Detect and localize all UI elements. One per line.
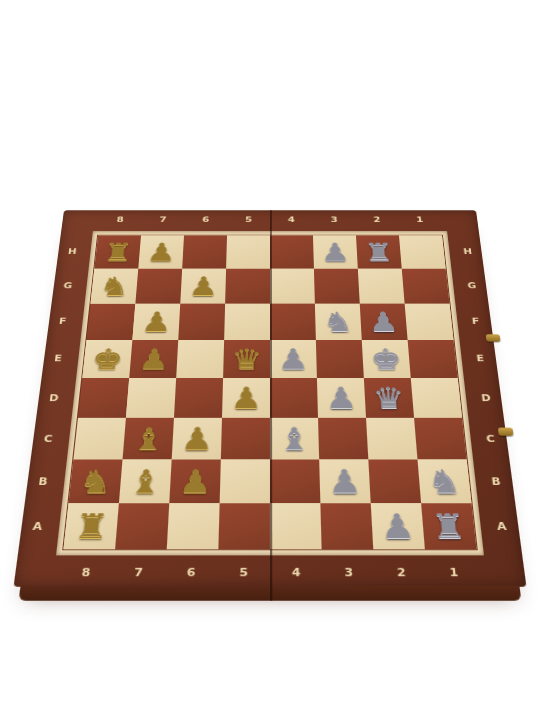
- square-g6: ♟: [180, 269, 226, 304]
- coordinate-label: F: [58, 316, 68, 326]
- square-b5: [220, 460, 270, 504]
- coordinate-label: G: [467, 281, 477, 291]
- square-c6: ♟: [172, 418, 222, 460]
- square-c4: ♝: [270, 418, 319, 460]
- square-a4: [270, 503, 322, 549]
- coordinate-label: 8: [116, 215, 124, 224]
- silver-pawn-icon: ♟: [278, 345, 309, 373]
- square-d4: [270, 378, 318, 418]
- square-h3: ♟: [313, 235, 358, 268]
- square-e6: [176, 340, 224, 378]
- square-e8: ♚: [82, 340, 132, 378]
- gold-king-icon: ♚: [91, 345, 124, 373]
- square-b7: ♝: [119, 460, 172, 504]
- square-b6: ♟: [169, 460, 221, 504]
- square-d1: [411, 378, 462, 418]
- square-a2: ♟: [371, 503, 425, 549]
- square-h5: [226, 235, 270, 268]
- square-g7: [135, 269, 182, 304]
- square-f2: ♟: [360, 304, 408, 340]
- square-h1: [399, 235, 446, 268]
- gold-rook-icon: ♜: [73, 509, 110, 543]
- square-g1: [402, 269, 450, 304]
- square-h7: ♟: [138, 235, 184, 268]
- square-g4: [270, 269, 315, 304]
- chess-set-photo: 87654321 87654321 HGFEDCBA HGFEDCBA ♜♟♟♜…: [0, 0, 540, 720]
- coordinate-label: 2: [397, 566, 407, 580]
- coordinate-label: A: [32, 520, 44, 533]
- square-h2: ♜: [356, 235, 402, 268]
- square-d6: [174, 378, 223, 418]
- square-h6: [182, 235, 227, 268]
- square-e7: ♟: [129, 340, 178, 378]
- square-e3: [316, 340, 364, 378]
- gold-queen-icon: ♛: [231, 345, 262, 373]
- square-d5: ♟: [222, 378, 270, 418]
- silver-pawn-icon: ♟: [328, 465, 362, 497]
- coordinate-label: 7: [134, 566, 144, 580]
- chess-board: 87654321 87654321 HGFEDCBA HGFEDCBA ♜♟♟♜…: [14, 210, 527, 587]
- gold-bishop-icon: ♝: [128, 465, 163, 497]
- coordinate-label: 7: [159, 215, 167, 224]
- brass-latch-icon: [486, 334, 501, 341]
- square-c7: ♝: [123, 418, 174, 460]
- silver-queen-icon: ♛: [372, 383, 405, 412]
- coordinate-label: 8: [81, 566, 91, 580]
- coordinate-label: 2: [373, 215, 381, 224]
- square-f5: [224, 304, 270, 340]
- square-e5: ♛: [223, 340, 270, 378]
- square-e4: ♟: [270, 340, 317, 378]
- silver-pawn-icon: ♟: [320, 240, 350, 265]
- square-b8: ♞: [69, 460, 123, 504]
- square-f7: ♟: [132, 304, 180, 340]
- square-a1: ♜: [421, 503, 476, 549]
- silver-rook-icon: ♜: [363, 240, 393, 265]
- square-b4: [270, 460, 320, 504]
- coordinate-label: E: [476, 353, 487, 364]
- gold-knight-icon: ♞: [99, 273, 131, 299]
- gold-pawn-icon: ♟: [146, 240, 176, 265]
- square-a8: ♜: [63, 503, 118, 549]
- silver-pawn-icon: ♟: [368, 308, 400, 335]
- gold-pawn-icon: ♟: [230, 383, 262, 412]
- gold-knight-icon: ♞: [78, 465, 114, 497]
- square-d8: [78, 378, 129, 418]
- coordinate-label: 6: [202, 215, 209, 224]
- coordinate-label: G: [63, 281, 73, 291]
- square-c2: [366, 418, 417, 460]
- gold-pawn-icon: ♟: [140, 308, 172, 335]
- coordinate-label: F: [471, 316, 481, 326]
- coordinate-label: 3: [344, 566, 353, 580]
- gold-pawn-icon: ♟: [138, 345, 171, 373]
- square-d3: ♟: [317, 378, 366, 418]
- square-h4: [270, 235, 314, 268]
- square-b3: ♟: [319, 460, 371, 504]
- square-g5: [225, 269, 270, 304]
- coordinate-label: H: [67, 247, 77, 256]
- gold-rook-icon: ♜: [102, 240, 133, 265]
- square-e1: [408, 340, 458, 378]
- square-c8: [73, 418, 126, 460]
- silver-knight-icon: ♞: [323, 308, 354, 335]
- square-e2: ♚: [362, 340, 411, 378]
- gold-pawn-icon: ♟: [180, 423, 213, 454]
- square-d7: [126, 378, 176, 418]
- square-a7: [115, 503, 169, 549]
- coordinate-label: 3: [330, 215, 337, 224]
- square-h8: ♜: [94, 235, 141, 268]
- square-f3: ♞: [315, 304, 362, 340]
- square-f1: [405, 304, 454, 340]
- coordinate-label: E: [54, 353, 65, 364]
- silver-pawn-icon: ♟: [380, 509, 416, 543]
- board-frame: 87654321 87654321 HGFEDCBA HGFEDCBA ♜♟♟♜…: [14, 210, 527, 587]
- silver-pawn-icon: ♟: [325, 383, 358, 412]
- silver-knight-icon: ♞: [426, 465, 462, 497]
- coordinate-label: C: [43, 433, 54, 445]
- coordinate-label: 4: [288, 215, 295, 224]
- square-b1: ♞: [417, 460, 471, 504]
- gold-bishop-icon: ♝: [131, 423, 165, 454]
- square-a3: [320, 503, 373, 549]
- silver-bishop-icon: ♝: [278, 423, 311, 454]
- coordinate-label: 5: [239, 566, 248, 580]
- square-g3: [314, 269, 360, 304]
- square-f4: [270, 304, 316, 340]
- coordinate-label: H: [463, 247, 473, 256]
- square-a5: [218, 503, 270, 549]
- coordinate-label: C: [486, 433, 497, 445]
- gold-pawn-icon: ♟: [178, 465, 212, 497]
- coordinate-label: D: [48, 392, 59, 403]
- square-a6: [167, 503, 220, 549]
- square-c3: [318, 418, 368, 460]
- silver-king-icon: ♚: [370, 345, 403, 373]
- square-b2: [368, 460, 421, 504]
- coordinate-label: A: [496, 520, 508, 533]
- brass-latch-icon: [498, 428, 514, 436]
- coordinate-label: B: [491, 476, 503, 488]
- silver-rook-icon: ♜: [430, 509, 467, 543]
- coordinate-label: 5: [245, 215, 252, 224]
- coordinate-label: D: [481, 392, 492, 403]
- square-g8: ♞: [91, 269, 139, 304]
- square-c1: [414, 418, 467, 460]
- coordinate-label: 6: [187, 566, 196, 580]
- square-d2: ♛: [364, 378, 414, 418]
- coordinate-label: 4: [292, 566, 301, 580]
- gold-pawn-icon: ♟: [188, 273, 218, 299]
- coordinate-label: 1: [416, 215, 424, 224]
- coordinate-label: 1: [449, 566, 459, 580]
- coordinate-label: B: [38, 476, 50, 488]
- square-g2: [358, 269, 405, 304]
- square-f6: [178, 304, 225, 340]
- square-c5: [221, 418, 270, 460]
- square-f8: [87, 304, 136, 340]
